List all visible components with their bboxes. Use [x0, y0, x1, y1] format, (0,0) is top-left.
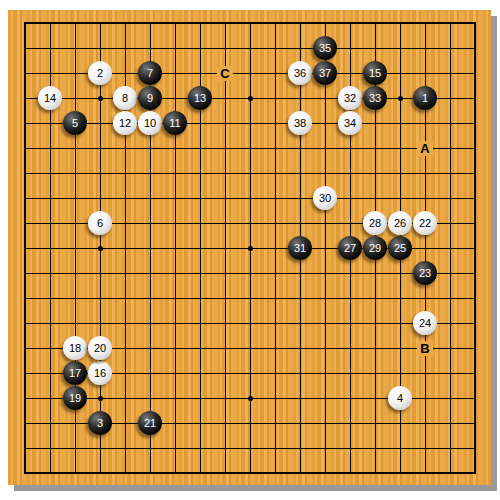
go-board: ABC 123456789101112131415161718192021222…	[8, 10, 491, 485]
stone-white-32-o16: 32	[338, 86, 362, 110]
star-point	[248, 396, 253, 401]
stone-white-2-d17: 2	[88, 61, 112, 85]
stone-white-10-f15: 10	[138, 111, 162, 135]
stone-white-34-o15: 34	[338, 111, 362, 135]
stone-black-29-p10: 29	[363, 236, 387, 260]
stone-black-7-f17: 7	[138, 61, 162, 85]
stone-white-26-q11: 26	[388, 211, 412, 235]
star-point	[398, 96, 403, 101]
stone-white-22-r11: 22	[413, 211, 437, 235]
stone-white-8-e16: 8	[113, 86, 137, 110]
stone-black-21-f3: 21	[138, 411, 162, 435]
stone-black-23-r9: 23	[413, 261, 437, 285]
stone-white-6-d11: 6	[88, 211, 112, 235]
stone-black-35-n18: 35	[313, 36, 337, 60]
stone-black-27-o10: 27	[338, 236, 362, 260]
star-point	[98, 96, 103, 101]
stone-white-14-b16: 14	[38, 86, 62, 110]
go-diagram-page: ABC 123456789101112131415161718192021222…	[0, 0, 500, 500]
stone-black-31-m10: 31	[288, 236, 312, 260]
stone-white-12-e15: 12	[113, 111, 137, 135]
stone-black-19-c4: 19	[63, 386, 87, 410]
stone-black-3-d3: 3	[88, 411, 112, 435]
stone-black-11-g15: 11	[163, 111, 187, 135]
stone-black-17-c5: 17	[63, 361, 87, 385]
stone-white-4-q4: 4	[388, 386, 412, 410]
star-point	[98, 396, 103, 401]
stone-black-9-f16: 9	[138, 86, 162, 110]
stone-white-16-d5: 16	[88, 361, 112, 385]
stone-black-25-q10: 25	[388, 236, 412, 260]
stone-white-38-m15: 38	[288, 111, 312, 135]
stone-white-20-d6: 20	[88, 336, 112, 360]
stone-white-28-p11: 28	[363, 211, 387, 235]
stone-white-18-c6: 18	[63, 336, 87, 360]
label-B: B	[417, 341, 433, 356]
star-point	[248, 96, 253, 101]
stone-black-13-h16: 13	[188, 86, 212, 110]
stone-white-24-r7: 24	[413, 311, 437, 335]
stone-black-37-n17: 37	[313, 61, 337, 85]
stone-white-36-m17: 36	[288, 61, 312, 85]
star-point	[248, 246, 253, 251]
stone-black-5-c15: 5	[63, 111, 87, 135]
stone-black-33-p16: 33	[363, 86, 387, 110]
stone-white-30-n12: 30	[313, 186, 337, 210]
stone-black-1-r16: 1	[413, 86, 437, 110]
star-point	[98, 246, 103, 251]
label-A: A	[417, 141, 433, 156]
stone-black-15-p17: 15	[363, 61, 387, 85]
label-C: C	[217, 66, 233, 81]
